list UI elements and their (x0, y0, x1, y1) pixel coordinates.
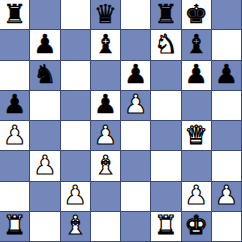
square-e8[interactable] (121, 0, 151, 30)
white-rook-icon[interactable]: ♜ (3, 212, 26, 238)
square-e7[interactable] (121, 30, 151, 60)
square-e3[interactable] (121, 151, 151, 181)
black-pawn-icon[interactable]: ♟ (215, 61, 238, 87)
square-e2[interactable] (121, 182, 151, 212)
square-c8[interactable] (61, 0, 91, 30)
square-d3[interactable]: ♝ (91, 151, 121, 181)
square-h1[interactable] (212, 212, 242, 242)
square-a5[interactable]: ♟ (0, 91, 30, 121)
square-g7[interactable]: ♝ (182, 30, 212, 60)
square-h3[interactable] (212, 151, 242, 181)
square-a6[interactable] (0, 61, 30, 91)
chess-board-wrap: ♜♛♜♚♟♝♞♝♞♟♟♟♟♟♟♟♟♛♟♝♟♟♟♜♝♜♚ (0, 0, 242, 242)
square-h6[interactable]: ♟ (212, 61, 242, 91)
black-pawn-icon[interactable]: ♟ (94, 91, 117, 117)
square-b8[interactable] (30, 0, 60, 30)
square-e4[interactable] (121, 121, 151, 151)
square-a3[interactable] (0, 151, 30, 181)
square-f7[interactable]: ♞ (151, 30, 181, 60)
square-f4[interactable] (151, 121, 181, 151)
square-d6[interactable] (91, 61, 121, 91)
square-h5[interactable] (212, 91, 242, 121)
square-b2[interactable] (30, 182, 60, 212)
black-pawn-icon[interactable]: ♟ (3, 91, 26, 117)
chess-board: ♜♛♜♚♟♝♞♝♞♟♟♟♟♟♟♟♟♛♟♝♟♟♟♜♝♜♚ (0, 0, 242, 242)
black-pawn-icon[interactable]: ♟ (184, 61, 207, 87)
white-bishop-icon[interactable]: ♝ (63, 212, 86, 238)
white-pawn-icon[interactable]: ♟ (33, 152, 56, 178)
white-knight-icon[interactable]: ♞ (154, 31, 177, 57)
square-c5[interactable] (61, 91, 91, 121)
black-king-icon[interactable]: ♚ (184, 1, 207, 27)
square-g2[interactable]: ♟ (182, 182, 212, 212)
square-c1[interactable]: ♝ (61, 212, 91, 242)
black-queen-icon[interactable]: ♛ (94, 1, 117, 27)
square-a8[interactable]: ♜ (0, 0, 30, 30)
black-rook-icon[interactable]: ♜ (154, 1, 177, 27)
square-e6[interactable]: ♟ (121, 61, 151, 91)
square-c6[interactable] (61, 61, 91, 91)
white-pawn-icon[interactable]: ♟ (215, 182, 238, 208)
square-f6[interactable] (151, 61, 181, 91)
square-g4[interactable]: ♛ (182, 121, 212, 151)
square-h4[interactable] (212, 121, 242, 151)
square-f2[interactable] (151, 182, 181, 212)
square-h2[interactable]: ♟ (212, 182, 242, 212)
square-a2[interactable] (0, 182, 30, 212)
square-f3[interactable] (151, 151, 181, 181)
black-knight-icon[interactable]: ♞ (33, 61, 56, 87)
square-g5[interactable] (182, 91, 212, 121)
square-g8[interactable]: ♚ (182, 0, 212, 30)
square-b1[interactable] (30, 212, 60, 242)
square-b7[interactable]: ♟ (30, 30, 60, 60)
square-h7[interactable] (212, 30, 242, 60)
square-d1[interactable] (91, 212, 121, 242)
white-rook-icon[interactable]: ♜ (154, 212, 177, 238)
square-g1[interactable]: ♚ (182, 212, 212, 242)
square-f1[interactable]: ♜ (151, 212, 181, 242)
white-pawn-icon[interactable]: ♟ (3, 122, 26, 148)
white-queen-icon[interactable]: ♛ (184, 122, 207, 148)
white-bishop-icon[interactable]: ♝ (94, 152, 117, 178)
square-b3[interactable]: ♟ (30, 151, 60, 181)
square-e5[interactable]: ♟ (121, 91, 151, 121)
black-rook-icon[interactable]: ♜ (3, 1, 26, 27)
square-c4[interactable] (61, 121, 91, 151)
square-f5[interactable] (151, 91, 181, 121)
square-d8[interactable]: ♛ (91, 0, 121, 30)
square-c2[interactable]: ♟ (61, 182, 91, 212)
square-g3[interactable] (182, 151, 212, 181)
square-c3[interactable] (61, 151, 91, 181)
square-b6[interactable]: ♞ (30, 61, 60, 91)
square-c7[interactable] (61, 30, 91, 60)
black-pawn-icon[interactable]: ♟ (124, 61, 147, 87)
white-pawn-icon[interactable]: ♟ (63, 182, 86, 208)
white-king-icon[interactable]: ♚ (184, 212, 207, 238)
square-d7[interactable]: ♝ (91, 30, 121, 60)
white-pawn-icon[interactable]: ♟ (94, 122, 117, 148)
square-b4[interactable] (30, 121, 60, 151)
square-d5[interactable]: ♟ (91, 91, 121, 121)
square-h8[interactable] (212, 0, 242, 30)
square-b5[interactable] (30, 91, 60, 121)
square-d2[interactable] (91, 182, 121, 212)
black-pawn-icon[interactable]: ♟ (33, 31, 56, 57)
square-a1[interactable]: ♜ (0, 212, 30, 242)
white-pawn-icon[interactable]: ♟ (184, 182, 207, 208)
square-a4[interactable]: ♟ (0, 121, 30, 151)
square-a7[interactable] (0, 30, 30, 60)
square-d4[interactable]: ♟ (91, 121, 121, 151)
square-f8[interactable]: ♜ (151, 0, 181, 30)
black-bishop-icon[interactable]: ♝ (94, 31, 117, 57)
square-e1[interactable] (121, 212, 151, 242)
square-g6[interactable]: ♟ (182, 61, 212, 91)
white-pawn-icon[interactable]: ♟ (124, 91, 147, 117)
black-bishop-icon[interactable]: ♝ (184, 31, 207, 57)
